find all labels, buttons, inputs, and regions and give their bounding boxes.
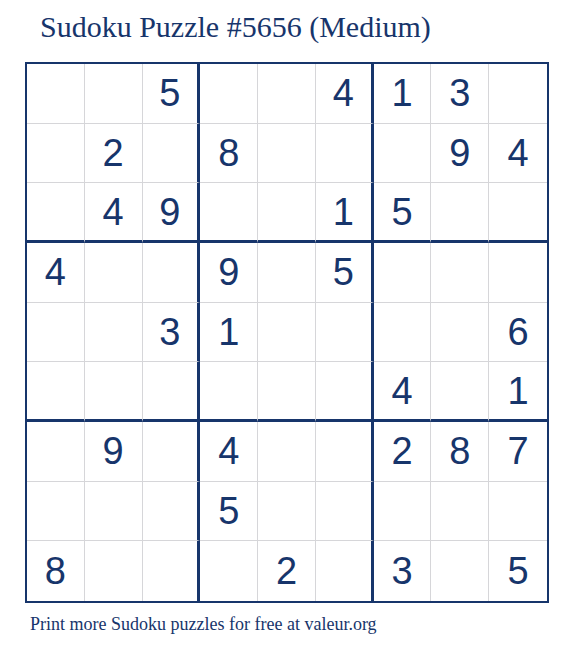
sudoku-cell-r3c9[interactable]	[489, 183, 547, 243]
sudoku-cell-r6c2[interactable]	[85, 362, 143, 422]
sudoku-cell-r2c7[interactable]	[374, 124, 432, 184]
sudoku-cell-r1c7[interactable]: 1	[374, 64, 432, 124]
sudoku-cell-r5c8[interactable]	[431, 303, 489, 363]
sudoku-cell-r3c2[interactable]: 4	[85, 183, 143, 243]
sudoku-cell-r2c3[interactable]	[143, 124, 201, 184]
sudoku-cell-r1c9[interactable]	[489, 64, 547, 124]
sudoku-cell-r5c1[interactable]	[27, 303, 85, 363]
sudoku-cell-r6c1[interactable]	[27, 362, 85, 422]
sudoku-cell-r9c7[interactable]: 3	[374, 541, 432, 601]
sudoku-cell-r2c8[interactable]: 9	[431, 124, 489, 184]
sudoku-cell-r4c1[interactable]: 4	[27, 243, 85, 303]
sudoku-cell-r9c9[interactable]: 5	[489, 541, 547, 601]
sudoku-cell-r1c3[interactable]: 5	[143, 64, 201, 124]
sudoku-cell-r3c1[interactable]	[27, 183, 85, 243]
sudoku-cell-r3c6[interactable]: 1	[316, 183, 374, 243]
sudoku-cell-r6c7[interactable]: 4	[374, 362, 432, 422]
sudoku-cell-r7c2[interactable]: 9	[85, 422, 143, 482]
sudoku-cell-r4c2[interactable]	[85, 243, 143, 303]
sudoku-cell-r5c9[interactable]: 6	[489, 303, 547, 363]
sudoku-cell-r9c1[interactable]: 8	[27, 541, 85, 601]
sudoku-cell-r6c9[interactable]: 1	[489, 362, 547, 422]
sudoku-cell-r7c8[interactable]: 8	[431, 422, 489, 482]
sudoku-cell-r7c3[interactable]	[143, 422, 201, 482]
sudoku-cell-r5c6[interactable]	[316, 303, 374, 363]
sudoku-cell-r4c7[interactable]	[374, 243, 432, 303]
sudoku-cell-r3c3[interactable]: 9	[143, 183, 201, 243]
sudoku-cell-r4c6[interactable]: 5	[316, 243, 374, 303]
sudoku-cell-r8c6[interactable]	[316, 482, 374, 542]
sudoku-cell-r9c8[interactable]	[431, 541, 489, 601]
sudoku-cell-r4c9[interactable]	[489, 243, 547, 303]
sudoku-page: Sudoku Puzzle #5656 (Medium) 54132894491…	[0, 0, 574, 651]
sudoku-board: 541328944915495316419428758235	[25, 62, 549, 603]
sudoku-cell-r3c4[interactable]	[200, 183, 258, 243]
sudoku-cell-r4c4[interactable]: 9	[200, 243, 258, 303]
sudoku-cell-r1c5[interactable]	[258, 64, 316, 124]
sudoku-cell-r2c9[interactable]: 4	[489, 124, 547, 184]
sudoku-cell-r7c1[interactable]	[27, 422, 85, 482]
sudoku-cell-r9c6[interactable]	[316, 541, 374, 601]
sudoku-cell-r6c8[interactable]	[431, 362, 489, 422]
sudoku-cell-r1c6[interactable]: 4	[316, 64, 374, 124]
sudoku-cell-r7c6[interactable]	[316, 422, 374, 482]
sudoku-cell-r3c5[interactable]	[258, 183, 316, 243]
sudoku-cell-r8c7[interactable]	[374, 482, 432, 542]
sudoku-cell-r8c1[interactable]	[27, 482, 85, 542]
sudoku-cell-r7c7[interactable]: 2	[374, 422, 432, 482]
sudoku-cell-r7c5[interactable]	[258, 422, 316, 482]
sudoku-cell-r7c4[interactable]: 4	[200, 422, 258, 482]
sudoku-cell-r6c6[interactable]	[316, 362, 374, 422]
sudoku-cell-r8c5[interactable]	[258, 482, 316, 542]
sudoku-cell-r9c5[interactable]: 2	[258, 541, 316, 601]
sudoku-cell-r3c7[interactable]: 5	[374, 183, 432, 243]
sudoku-cell-r9c3[interactable]	[143, 541, 201, 601]
sudoku-cell-r5c5[interactable]	[258, 303, 316, 363]
sudoku-cell-r1c2[interactable]	[85, 64, 143, 124]
sudoku-cell-r1c8[interactable]: 3	[431, 64, 489, 124]
sudoku-cell-r5c2[interactable]	[85, 303, 143, 363]
sudoku-cell-r7c9[interactable]: 7	[489, 422, 547, 482]
sudoku-cell-r8c3[interactable]	[143, 482, 201, 542]
sudoku-cell-r1c1[interactable]	[27, 64, 85, 124]
sudoku-cell-r2c1[interactable]	[27, 124, 85, 184]
sudoku-cell-r9c4[interactable]	[200, 541, 258, 601]
sudoku-cell-r6c5[interactable]	[258, 362, 316, 422]
sudoku-cell-r6c4[interactable]	[200, 362, 258, 422]
sudoku-cell-r2c6[interactable]	[316, 124, 374, 184]
puzzle-title: Sudoku Puzzle #5656 (Medium)	[40, 10, 431, 44]
sudoku-cell-r5c4[interactable]: 1	[200, 303, 258, 363]
sudoku-cell-r2c2[interactable]: 2	[85, 124, 143, 184]
sudoku-cell-r2c4[interactable]: 8	[200, 124, 258, 184]
sudoku-cell-r4c8[interactable]	[431, 243, 489, 303]
sudoku-cell-r6c3[interactable]	[143, 362, 201, 422]
sudoku-cell-r3c8[interactable]	[431, 183, 489, 243]
sudoku-cell-r4c3[interactable]	[143, 243, 201, 303]
sudoku-cell-r1c4[interactable]	[200, 64, 258, 124]
sudoku-cell-r8c9[interactable]	[489, 482, 547, 542]
sudoku-cell-r2c5[interactable]	[258, 124, 316, 184]
sudoku-cell-r4c5[interactable]	[258, 243, 316, 303]
sudoku-cell-r8c4[interactable]: 5	[200, 482, 258, 542]
sudoku-cell-r5c3[interactable]: 3	[143, 303, 201, 363]
sudoku-cell-r8c8[interactable]	[431, 482, 489, 542]
sudoku-cell-r8c2[interactable]	[85, 482, 143, 542]
footer-note: Print more Sudoku puzzles for free at va…	[30, 614, 377, 635]
sudoku-cell-r5c7[interactable]	[374, 303, 432, 363]
sudoku-cell-r9c2[interactable]	[85, 541, 143, 601]
